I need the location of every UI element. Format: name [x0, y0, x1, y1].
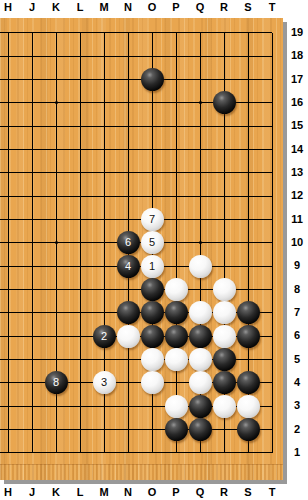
board-point-Q11[interactable]: [188, 208, 212, 231]
board-point-M14[interactable]: [92, 138, 116, 161]
board-point-O15[interactable]: [140, 115, 164, 138]
board-point-J8[interactable]: [20, 278, 44, 301]
board-point-T9[interactable]: [260, 255, 283, 278]
board-point-H9[interactable]: [0, 255, 20, 278]
board-point-H4[interactable]: [0, 371, 20, 394]
board-point-H5[interactable]: [0, 348, 20, 371]
board-point-L15[interactable]: [68, 115, 92, 138]
board-point-K14[interactable]: [44, 138, 68, 161]
column-label-T: T: [260, 486, 284, 498]
column-label-L: L: [68, 486, 92, 498]
board-point-T10[interactable]: [260, 231, 283, 254]
board-point-O1[interactable]: [140, 441, 164, 464]
board-point-R14[interactable]: [212, 138, 236, 161]
column-label-K: K: [44, 1, 68, 13]
board-point-S6[interactable]: [236, 325, 260, 348]
column-label-L: L: [68, 1, 92, 13]
board-point-O11[interactable]: 7: [140, 208, 164, 231]
column-label-M: M: [92, 486, 116, 498]
board-point-T12[interactable]: [260, 185, 283, 208]
board-point-P17[interactable]: [164, 68, 188, 91]
move-number: 6: [125, 237, 131, 248]
board-point-R18[interactable]: [212, 45, 236, 68]
board-point-M15[interactable]: [92, 115, 116, 138]
board-point-Q9[interactable]: [188, 255, 212, 278]
board-point-P6[interactable]: [164, 325, 188, 348]
board-point-H2[interactable]: [0, 418, 20, 441]
board-point-P12[interactable]: [164, 185, 188, 208]
board-point-M11[interactable]: [92, 208, 116, 231]
board-point-R15[interactable]: [212, 115, 236, 138]
board-point-S16[interactable]: [236, 91, 260, 114]
column-label-T: T: [260, 1, 284, 13]
board-point-J4[interactable]: [20, 371, 44, 394]
board-point-N3[interactable]: [116, 395, 140, 418]
board-point-Q12[interactable]: [188, 185, 212, 208]
board-point-P2[interactable]: [164, 418, 188, 441]
board-point-S17[interactable]: [236, 68, 260, 91]
board-point-O17[interactable]: [140, 68, 164, 91]
board-point-J9[interactable]: [20, 255, 44, 278]
board-point-O19[interactable]: [140, 21, 164, 44]
board-point-N19[interactable]: [116, 21, 140, 44]
column-label-J: J: [20, 1, 44, 13]
board-point-L2[interactable]: [68, 418, 92, 441]
row-label-5: 5: [287, 353, 307, 367]
board-point-M2[interactable]: [92, 418, 116, 441]
board-point-M4[interactable]: 3: [92, 371, 116, 394]
board-point-Q1[interactable]: [188, 441, 212, 464]
board-point-K5[interactable]: [44, 348, 68, 371]
board-point-M7[interactable]: [92, 301, 116, 324]
board-point-H15[interactable]: [0, 115, 20, 138]
white-stone-Q4: [189, 371, 212, 394]
column-label-R: R: [212, 486, 236, 498]
board-point-N8[interactable]: [116, 278, 140, 301]
row-label-17: 17: [287, 73, 307, 87]
board-point-M1[interactable]: [92, 441, 116, 464]
board-point-P7[interactable]: [164, 301, 188, 324]
board-point-P8[interactable]: [164, 278, 188, 301]
white-stone-O10: 5: [141, 231, 164, 254]
board-point-R16[interactable]: [212, 91, 236, 114]
board-point-S4[interactable]: [236, 371, 260, 394]
board-point-N7[interactable]: [116, 301, 140, 324]
row-label-15: 15: [287, 119, 307, 133]
board-point-K9[interactable]: [44, 255, 68, 278]
board-point-N13[interactable]: [116, 161, 140, 184]
board-point-L17[interactable]: [68, 68, 92, 91]
board-point-T18[interactable]: [260, 45, 283, 68]
board-point-P4[interactable]: [164, 371, 188, 394]
board-point-K12[interactable]: [44, 185, 68, 208]
board-shadow-bottom: [4, 480, 287, 484]
white-stone-O11: 7: [141, 208, 164, 231]
board-point-R7[interactable]: [212, 301, 236, 324]
board-point-N17[interactable]: [116, 68, 140, 91]
board-point-N4[interactable]: [116, 371, 140, 394]
board-point-J2[interactable]: [20, 418, 44, 441]
board-point-L14[interactable]: [68, 138, 92, 161]
board-point-O2[interactable]: [140, 418, 164, 441]
board-point-T17[interactable]: [260, 68, 283, 91]
board-point-S5[interactable]: [236, 348, 260, 371]
board-point-S12[interactable]: [236, 185, 260, 208]
row-label-8: 8: [287, 283, 307, 297]
move-number: 8: [53, 377, 59, 388]
board-point-T4[interactable]: [260, 371, 283, 394]
column-label-K: K: [44, 486, 68, 498]
board-point-P13[interactable]: [164, 161, 188, 184]
board-point-H16[interactable]: [0, 91, 20, 114]
board-point-P15[interactable]: [164, 115, 188, 138]
board-point-O9[interactable]: 1: [140, 255, 164, 278]
board-point-S14[interactable]: [236, 138, 260, 161]
board-point-J15[interactable]: [20, 115, 44, 138]
board-point-O14[interactable]: [140, 138, 164, 161]
board-point-M12[interactable]: [92, 185, 116, 208]
board-point-H19[interactable]: [0, 21, 20, 44]
board-point-M3[interactable]: [92, 395, 116, 418]
move-number: 3: [101, 377, 107, 388]
board-point-Q14[interactable]: [188, 138, 212, 161]
white-stone-Q5: [189, 348, 212, 371]
board-point-R11[interactable]: [212, 208, 236, 231]
board-point-R13[interactable]: [212, 161, 236, 184]
board-point-O5[interactable]: [140, 348, 164, 371]
column-label-O: O: [140, 486, 164, 498]
board-point-N6[interactable]: [116, 325, 140, 348]
board-point-T11[interactable]: [260, 208, 283, 231]
board-point-P14[interactable]: [164, 138, 188, 161]
board-point-K18[interactable]: [44, 45, 68, 68]
board-point-O3[interactable]: [140, 395, 164, 418]
board-point-S15[interactable]: [236, 115, 260, 138]
board-point-L8[interactable]: [68, 278, 92, 301]
board-point-H3[interactable]: [0, 395, 20, 418]
star-point-K16: [55, 101, 58, 104]
board-point-Q13[interactable]: [188, 161, 212, 184]
board-point-N16[interactable]: [116, 91, 140, 114]
board-point-P16[interactable]: [164, 91, 188, 114]
row-label-7: 7: [287, 306, 307, 320]
board-point-N18[interactable]: [116, 45, 140, 68]
board-point-K7[interactable]: [44, 301, 68, 324]
white-stone-R3: [213, 395, 236, 418]
black-stone-Q3: [189, 395, 212, 418]
board-point-J13[interactable]: [20, 161, 44, 184]
board-point-T3[interactable]: [260, 395, 283, 418]
board-point-H18[interactable]: [0, 45, 20, 68]
column-label-S: S: [236, 1, 260, 13]
board-point-N1[interactable]: [116, 441, 140, 464]
black-stone-O7: [141, 301, 164, 324]
board-point-S7[interactable]: [236, 301, 260, 324]
board-point-H1[interactable]: [0, 441, 20, 464]
board-point-T5[interactable]: [260, 348, 283, 371]
board-point-L10[interactable]: [68, 231, 92, 254]
row-label-2: 2: [287, 423, 307, 437]
board-point-L3[interactable]: [68, 395, 92, 418]
board-point-H7[interactable]: [0, 301, 20, 324]
board-point-J19[interactable]: [20, 21, 44, 44]
row-label-13: 13: [287, 166, 307, 180]
board-point-K10[interactable]: [44, 231, 68, 254]
board-point-O18[interactable]: [140, 45, 164, 68]
board-point-H13[interactable]: [0, 161, 20, 184]
board-point-N14[interactable]: [116, 138, 140, 161]
board-point-S13[interactable]: [236, 161, 260, 184]
black-stone-N10: 6: [117, 231, 140, 254]
board-point-K17[interactable]: [44, 68, 68, 91]
board-point-S2[interactable]: [236, 418, 260, 441]
board-point-Q10[interactable]: [188, 231, 212, 254]
board-point-L4[interactable]: [68, 371, 92, 394]
white-stone-P3: [165, 395, 188, 418]
board-point-H10[interactable]: [0, 231, 20, 254]
board-point-O4[interactable]: [140, 371, 164, 394]
board-point-R12[interactable]: [212, 185, 236, 208]
white-stone-R6: [213, 325, 236, 348]
board-point-S18[interactable]: [236, 45, 260, 68]
board-point-Q6[interactable]: [188, 325, 212, 348]
board-point-R4[interactable]: [212, 371, 236, 394]
column-label-N: N: [116, 1, 140, 13]
board-point-K16[interactable]: [44, 91, 68, 114]
board-point-M10[interactable]: [92, 231, 116, 254]
board-point-T16[interactable]: [260, 91, 283, 114]
board-point-R6[interactable]: [212, 325, 236, 348]
board-point-R9[interactable]: [212, 255, 236, 278]
board-point-L12[interactable]: [68, 185, 92, 208]
board-point-K4[interactable]: 8: [44, 371, 68, 394]
column-label-J: J: [20, 486, 44, 498]
board-point-Q2[interactable]: [188, 418, 212, 441]
black-stone-R4: [213, 371, 236, 394]
board-point-O7[interactable]: [140, 301, 164, 324]
board-shadow-right: [283, 22, 287, 484]
board-point-S3[interactable]: [236, 395, 260, 418]
board-point-O8[interactable]: [140, 278, 164, 301]
board-point-H17[interactable]: [0, 68, 20, 91]
board-point-P3[interactable]: [164, 395, 188, 418]
board-point-K1[interactable]: [44, 441, 68, 464]
board-point-M9[interactable]: [92, 255, 116, 278]
board-point-M17[interactable]: [92, 68, 116, 91]
board-point-S8[interactable]: [236, 278, 260, 301]
move-number: 1: [149, 260, 155, 271]
column-label-P: P: [164, 486, 188, 498]
board-point-T2[interactable]: [260, 418, 283, 441]
column-label-O: O: [140, 1, 164, 13]
board-point-M19[interactable]: [92, 21, 116, 44]
board-point-M18[interactable]: [92, 45, 116, 68]
board-point-K8[interactable]: [44, 278, 68, 301]
board-point-Q3[interactable]: [188, 395, 212, 418]
white-stone-M4: 3: [93, 371, 116, 394]
board-point-T1[interactable]: [260, 441, 283, 464]
board-point-H12[interactable]: [0, 185, 20, 208]
board-point-J10[interactable]: [20, 231, 44, 254]
board-point-S19[interactable]: [236, 21, 260, 44]
board-point-J12[interactable]: [20, 185, 44, 208]
board-point-N5[interactable]: [116, 348, 140, 371]
board-point-R10[interactable]: [212, 231, 236, 254]
board-point-J11[interactable]: [20, 208, 44, 231]
board-point-S10[interactable]: [236, 231, 260, 254]
board-point-R19[interactable]: [212, 21, 236, 44]
board-point-J5[interactable]: [20, 348, 44, 371]
board-point-J17[interactable]: [20, 68, 44, 91]
board-point-R17[interactable]: [212, 68, 236, 91]
board-point-P18[interactable]: [164, 45, 188, 68]
board-point-R5[interactable]: [212, 348, 236, 371]
white-stone-Q7: [189, 301, 212, 324]
star-point-K10: [55, 241, 58, 244]
row-label-11: 11: [287, 213, 307, 227]
black-stone-R5: [213, 348, 236, 371]
move-number: 4: [125, 260, 131, 271]
board-point-H14[interactable]: [0, 138, 20, 161]
board-point-K3[interactable]: [44, 395, 68, 418]
row-label-16: 16: [287, 96, 307, 110]
column-label-H: H: [0, 1, 20, 13]
black-stone-O8: [141, 278, 164, 301]
board-point-M5[interactable]: [92, 348, 116, 371]
move-number: 7: [149, 214, 155, 225]
board-point-L7[interactable]: [68, 301, 92, 324]
board-point-O6[interactable]: [140, 325, 164, 348]
board-point-R8[interactable]: [212, 278, 236, 301]
row-label-1: 1: [287, 446, 307, 460]
black-stone-P7: [165, 301, 188, 324]
board-point-S9[interactable]: [236, 255, 260, 278]
board-point-T8[interactable]: [260, 278, 283, 301]
board-point-T7[interactable]: [260, 301, 283, 324]
move-number: 2: [101, 330, 107, 341]
board-point-J3[interactable]: [20, 395, 44, 418]
board-point-N2[interactable]: [116, 418, 140, 441]
row-label-19: 19: [287, 26, 307, 40]
board-point-K13[interactable]: [44, 161, 68, 184]
board-point-L11[interactable]: [68, 208, 92, 231]
board-point-S11[interactable]: [236, 208, 260, 231]
board-point-Q7[interactable]: [188, 301, 212, 324]
board-point-J14[interactable]: [20, 138, 44, 161]
board-point-M8[interactable]: [92, 278, 116, 301]
board-point-P19[interactable]: [164, 21, 188, 44]
white-stone-Q9: [189, 255, 212, 278]
board-point-P11[interactable]: [164, 208, 188, 231]
board-point-Q18[interactable]: [188, 45, 212, 68]
board-point-N9[interactable]: 4: [116, 255, 140, 278]
board-point-L1[interactable]: [68, 441, 92, 464]
board-point-J1[interactable]: [20, 441, 44, 464]
column-label-H: H: [0, 486, 20, 498]
column-label-Q: Q: [188, 1, 212, 13]
row-label-6: 6: [287, 329, 307, 343]
board-point-N15[interactable]: [116, 115, 140, 138]
board-front-edge: [0, 464, 283, 480]
board-point-L5[interactable]: [68, 348, 92, 371]
board-point-Q8[interactable]: [188, 278, 212, 301]
board-point-M16[interactable]: [92, 91, 116, 114]
board-point-K15[interactable]: [44, 115, 68, 138]
board-point-O12[interactable]: [140, 185, 164, 208]
board-point-Q16[interactable]: [188, 91, 212, 114]
board-point-N10[interactable]: 6: [116, 231, 140, 254]
board-point-P9[interactable]: [164, 255, 188, 278]
board-point-O13[interactable]: [140, 161, 164, 184]
board-point-K11[interactable]: [44, 208, 68, 231]
board-point-S1[interactable]: [236, 441, 260, 464]
board-point-P10[interactable]: [164, 231, 188, 254]
board-point-R1[interactable]: [212, 441, 236, 464]
row-label-3: 3: [287, 399, 307, 413]
board-point-Q4[interactable]: [188, 371, 212, 394]
board-point-K2[interactable]: [44, 418, 68, 441]
board-point-L13[interactable]: [68, 161, 92, 184]
row-label-10: 10: [287, 236, 307, 250]
board-point-L9[interactable]: [68, 255, 92, 278]
board-point-T6[interactable]: [260, 325, 283, 348]
board-point-M6[interactable]: 2: [92, 325, 116, 348]
board-point-K6[interactable]: [44, 325, 68, 348]
white-stone-O9: 1: [141, 255, 164, 278]
board-point-L16[interactable]: [68, 91, 92, 114]
board-point-H8[interactable]: [0, 278, 20, 301]
board-point-L18[interactable]: [68, 45, 92, 68]
board-point-N11[interactable]: [116, 208, 140, 231]
board-point-P1[interactable]: [164, 441, 188, 464]
board-point-L6[interactable]: [68, 325, 92, 348]
board-point-H11[interactable]: [0, 208, 20, 231]
board-point-J6[interactable]: [20, 325, 44, 348]
column-label-P: P: [164, 1, 188, 13]
board-point-P5[interactable]: [164, 348, 188, 371]
board-point-J18[interactable]: [20, 45, 44, 68]
row-label-14: 14: [287, 143, 307, 157]
board-point-Q15[interactable]: [188, 115, 212, 138]
board-point-R3[interactable]: [212, 395, 236, 418]
board-point-O16[interactable]: [140, 91, 164, 114]
board-point-Q17[interactable]: [188, 68, 212, 91]
board-point-T19[interactable]: [260, 21, 283, 44]
move-number: 5: [149, 237, 155, 248]
board-point-T14[interactable]: [260, 138, 283, 161]
board-point-T15[interactable]: [260, 115, 283, 138]
black-stone-P6: [165, 325, 188, 348]
white-stone-S3: [237, 395, 260, 418]
board-point-H6[interactable]: [0, 325, 20, 348]
board-point-K19[interactable]: [44, 21, 68, 44]
black-stone-N7: [117, 301, 140, 324]
white-stone-O5: [141, 348, 164, 371]
board-point-J16[interactable]: [20, 91, 44, 114]
black-stone-R16: [213, 91, 236, 114]
board-point-N12[interactable]: [116, 185, 140, 208]
board-point-M13[interactable]: [92, 161, 116, 184]
board-point-R2[interactable]: [212, 418, 236, 441]
white-stone-P8: [165, 278, 188, 301]
board-point-Q19[interactable]: [188, 21, 212, 44]
black-stone-S6: [237, 325, 260, 348]
board-point-Q5[interactable]: [188, 348, 212, 371]
board-point-J7[interactable]: [20, 301, 44, 324]
board-point-L19[interactable]: [68, 21, 92, 44]
board-point-O10[interactable]: 5: [140, 231, 164, 254]
board-point-T13[interactable]: [260, 161, 283, 184]
